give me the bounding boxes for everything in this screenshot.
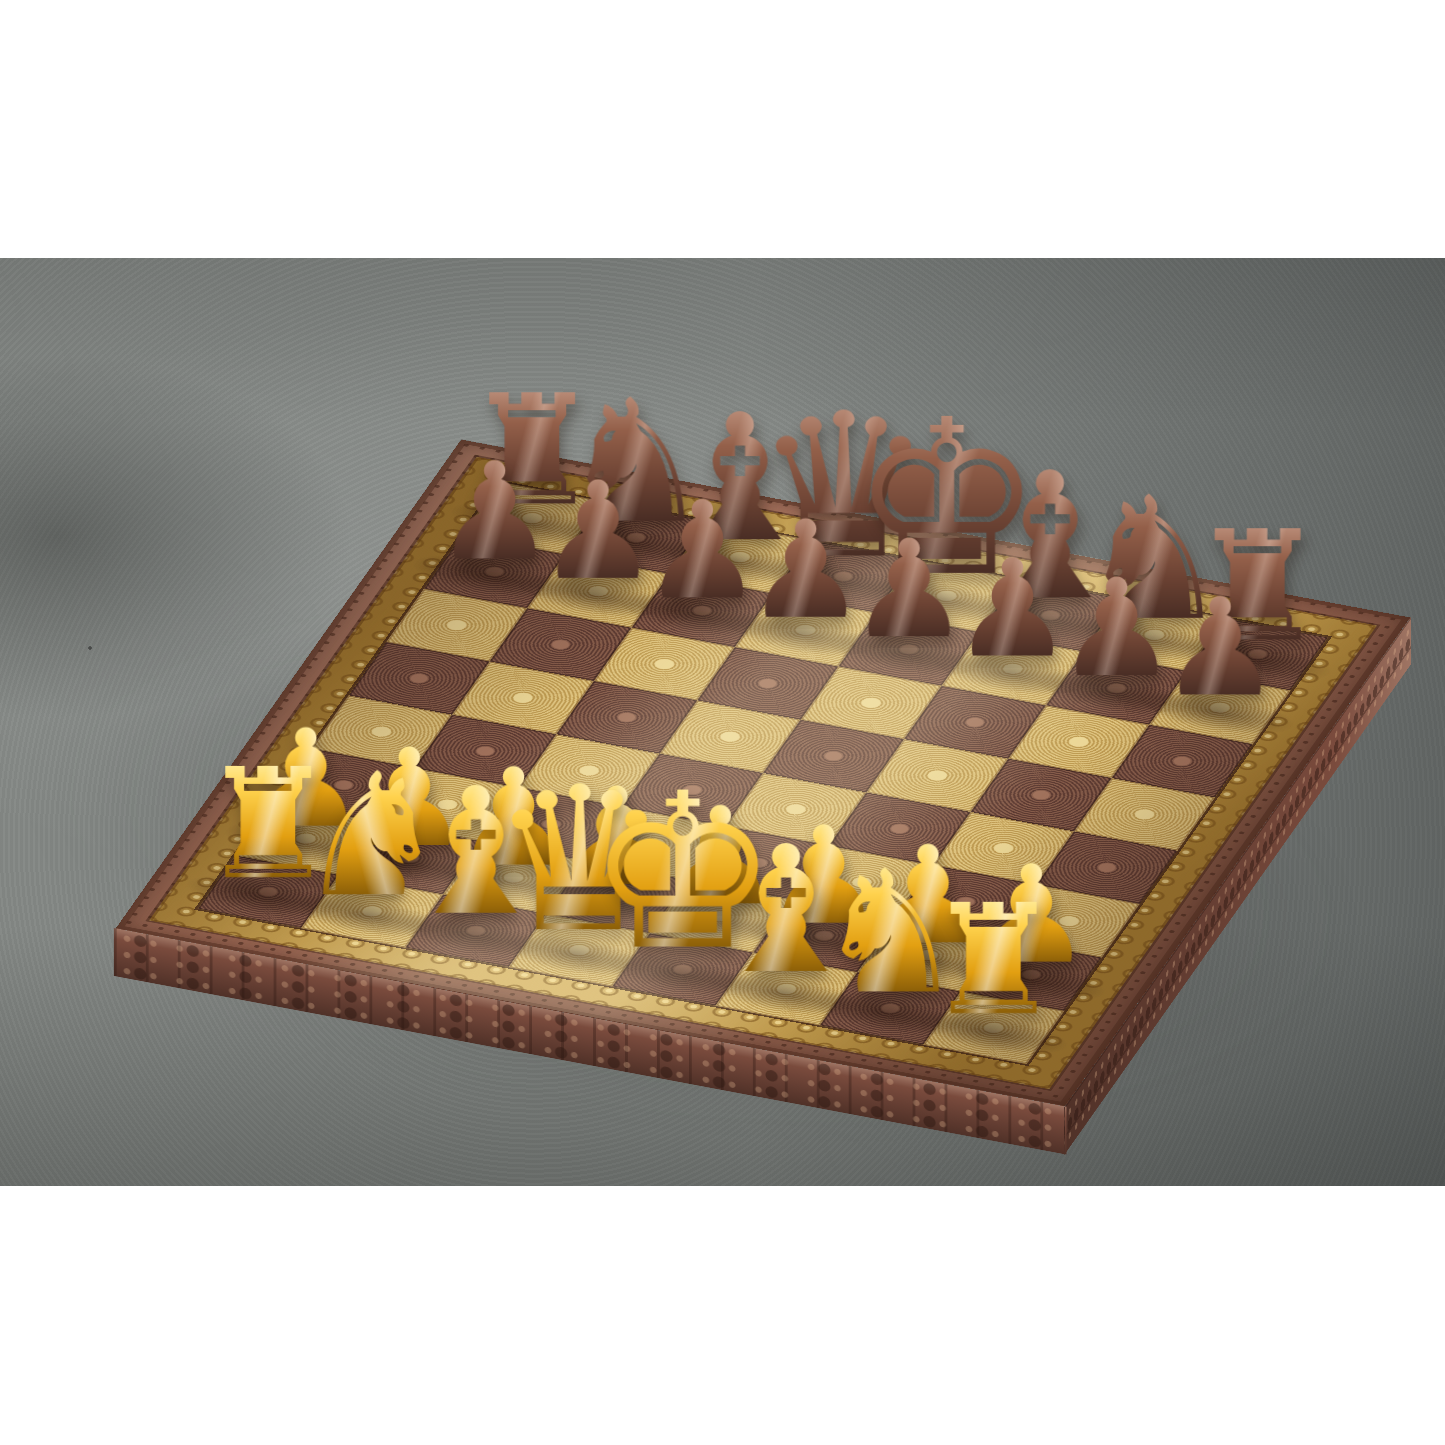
chess-board: ♜♞♝♛♚♝♞♜♟♟♟♟♟♟♟♟♟♟♟♟♟♟♟♟♜♞♝♛♚♝♞♜	[116, 440, 1411, 1107]
board-top-surface: ♜♞♝♛♚♝♞♜♟♟♟♟♟♟♟♟♟♟♟♟♟♟♟♟♜♞♝♛♚♝♞♜	[116, 440, 1411, 1107]
squares-grid: ♜♞♝♛♚♝♞♜♟♟♟♟♟♟♟♟♟♟♟♟♟♟♟♟♜♞♝♛♚♝♞♜	[198, 482, 1328, 1064]
square-f5	[867, 739, 1008, 812]
photograph-area: ♜♞♝♛♚♝♞♜♟♟♟♟♟♟♟♟♟♟♟♟♟♟♟♟♜♞♝♛♚♝♞♜	[0, 258, 1445, 1186]
scene-3d: ♜♞♝♛♚♝♞♜♟♟♟♟♟♟♟♟♟♟♟♟♟♟♟♟♜♞♝♛♚♝♞♜	[0, 258, 1445, 1186]
square-g1: ♞	[819, 972, 960, 1045]
